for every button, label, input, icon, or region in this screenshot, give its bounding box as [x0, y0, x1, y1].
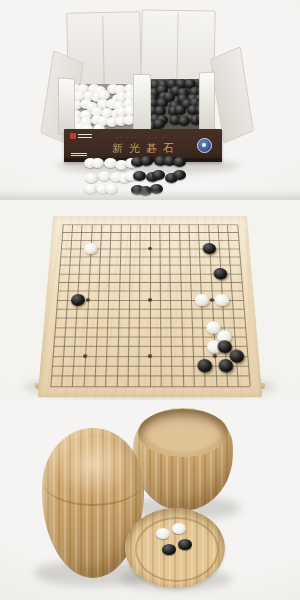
open-bowl-interior: [138, 409, 228, 457]
bowls-photo: [0, 400, 300, 600]
board-grid-line-v: [138, 224, 140, 386]
stone-white-R10: [215, 294, 230, 306]
loose-black-stone: [173, 157, 186, 167]
lid-seam: [43, 482, 143, 506]
loose-black-stone: [150, 184, 163, 194]
go-set-product-photos: · ·· ··· · ··· ·· · 新光碁石: [0, 0, 300, 600]
board-perspective-wrap: [38, 216, 263, 397]
cardboard-crease: [176, 13, 178, 85]
stone-white-P10: [194, 294, 209, 306]
star-point: [83, 355, 87, 358]
certification-emblem-icon: [197, 138, 212, 153]
dish-stone-black: [178, 539, 192, 550]
stone-black-R13: [214, 268, 228, 280]
dish-stone-white: [172, 523, 186, 534]
board-grid-line-h: [50, 386, 249, 387]
star-point: [148, 299, 151, 302]
box-divider-right: [199, 71, 215, 131]
stone-white-D16: [84, 243, 98, 254]
loose-black-stone: [140, 156, 153, 166]
loose-white-stone: [105, 184, 118, 194]
loose-black-stone: [152, 170, 165, 180]
box-divider-middle: [133, 74, 151, 136]
loose-white-stone: [91, 158, 104, 168]
star-point: [86, 299, 90, 302]
open-bowl: [133, 408, 233, 511]
board-grid-line-h: [56, 309, 243, 310]
star-point: [213, 355, 217, 358]
cardboard-crease: [102, 15, 105, 87]
go-board-photo: [0, 200, 300, 400]
stone-box-photo: · ·· ··· · ··· ·· · 新光碁石: [0, 0, 300, 200]
tray-black-stone: [178, 116, 190, 126]
loose-black-stone: [133, 171, 146, 181]
dish-stone-white: [156, 528, 170, 539]
lid-dish: [125, 508, 225, 588]
star-point: [148, 355, 152, 358]
dish-stone-black: [162, 544, 176, 555]
board-grid-line-h: [56, 318, 245, 319]
box-divider-left: [58, 77, 75, 135]
stone-black-R3: [219, 359, 235, 372]
stone-black-P3: [197, 359, 212, 372]
black-stone-pile: [130, 156, 186, 196]
loose-black-stone: [173, 170, 186, 180]
stone-black-Q16: [202, 243, 216, 254]
star-point: [148, 247, 151, 250]
star-point: [210, 299, 214, 302]
white-stones-tray: [70, 84, 136, 134]
board-grid-line-h: [51, 376, 249, 377]
tray-black-stone: [174, 105, 186, 115]
stone-black-C10: [70, 294, 85, 306]
tray-black-stone: [153, 119, 165, 129]
go-board: [38, 216, 263, 397]
loose-white-stone: [85, 173, 98, 183]
